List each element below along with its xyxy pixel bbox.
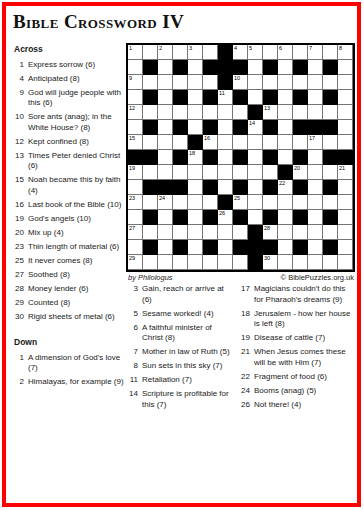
clue-text: Kept confined (8): [28, 137, 124, 148]
grid-cell[interactable]: [188, 75, 203, 90]
grid-cell[interactable]: [203, 225, 218, 240]
clue-text: Fragment of food (6): [254, 372, 354, 383]
cell-number: 9: [129, 75, 132, 81]
grid-cell[interactable]: [218, 165, 233, 180]
grid-cell[interactable]: [143, 225, 158, 240]
grid-cell-black: [173, 150, 188, 165]
grid-cell[interactable]: 13: [263, 105, 278, 120]
grid-cell-black: [233, 180, 248, 195]
across-clue-list: 1Express sorrow (6)4Anticipated (8)9God …: [12, 60, 124, 323]
cell-number: 5: [249, 45, 252, 51]
grid-cell[interactable]: [308, 90, 323, 105]
grid-cell[interactable]: [143, 105, 158, 120]
grid-cell[interactable]: [158, 75, 173, 90]
grid-cell[interactable]: 6: [278, 45, 293, 60]
grid-cell-black: [263, 120, 278, 135]
clue-number: 26: [238, 400, 250, 411]
grid-cell[interactable]: [143, 45, 158, 60]
grid-cell[interactable]: [143, 255, 158, 270]
grid-cell[interactable]: [188, 195, 203, 210]
grid-cell[interactable]: 23: [128, 195, 143, 210]
clue-text: Magicians couldn't do this for Pharaoh's…: [254, 284, 354, 305]
grid-cell-black: [263, 150, 278, 165]
grid-cell[interactable]: [308, 180, 323, 195]
grid-cell-black: [203, 240, 218, 255]
grid-cell-black: [173, 180, 188, 195]
grid-cell[interactable]: 22: [278, 180, 293, 195]
grid-cell[interactable]: [218, 150, 233, 165]
grid-cell[interactable]: [158, 150, 173, 165]
grid-cell[interactable]: [323, 165, 338, 180]
grid-cell[interactable]: 19: [128, 165, 143, 180]
grid-cell[interactable]: 1: [128, 45, 143, 60]
clue-number: 5: [126, 309, 138, 320]
cell-number: 27: [129, 225, 135, 231]
clue-across-13: 13Times Peter denied Christ (6): [12, 151, 124, 172]
grid-cell[interactable]: [308, 210, 323, 225]
grid-cell[interactable]: 5: [248, 45, 263, 60]
grid-cell[interactable]: [128, 180, 143, 195]
clue-text: Thin length of material (6): [28, 242, 124, 253]
grid-cell[interactable]: [323, 45, 338, 60]
grid-cell[interactable]: 16: [203, 135, 218, 150]
grid-cell-black: [293, 90, 308, 105]
grid-cell[interactable]: [263, 165, 278, 180]
clue-across-15: 15Noah became this by faith (4): [12, 175, 124, 196]
grid-cell[interactable]: [173, 75, 188, 90]
clue-across-28: 28Money lender (6): [12, 284, 124, 295]
cell-number: 16: [204, 135, 210, 141]
grid-cell[interactable]: [173, 195, 188, 210]
clue-number: 24: [238, 386, 250, 397]
grid-cell[interactable]: [308, 255, 323, 270]
grid-cell[interactable]: [278, 120, 293, 135]
grid-cell[interactable]: [218, 120, 233, 135]
grid-cell[interactable]: [338, 195, 353, 210]
grid-cell[interactable]: [128, 240, 143, 255]
grid-cell[interactable]: [278, 195, 293, 210]
grid-cell-black: [293, 210, 308, 225]
down-clue-list-col3: 17Magicians couldn't do this for Pharaoh…: [238, 284, 354, 410]
across-clue-column: Across 1Express sorrow (6)4Anticipated (…: [12, 44, 124, 391]
grid-cell-black: [173, 120, 188, 135]
clue-text: It never comes (8): [28, 256, 124, 267]
clue-across-1: 1Express sorrow (6): [12, 60, 124, 71]
grid-cell[interactable]: [278, 60, 293, 75]
clue-text: Mix up (4): [28, 228, 124, 239]
cell-number: 17: [309, 135, 315, 141]
grid-cell-black: [203, 60, 218, 75]
clue-text: Booms (anag) (5): [254, 386, 354, 397]
grid-cell[interactable]: [278, 225, 293, 240]
grid-cell[interactable]: 4: [233, 45, 248, 60]
grid-cell-black: [218, 195, 233, 210]
clue-down-17: 17Magicians couldn't do this for Pharaoh…: [238, 284, 354, 305]
clue-down-22: 22Fragment of food (6): [238, 372, 354, 383]
clue-number: 19: [12, 214, 24, 225]
down-header: Down: [14, 337, 124, 348]
grid-cell[interactable]: 3: [188, 45, 203, 60]
puzzle-page: Bible Crossword IV Across 1Express sorro…: [0, 0, 364, 510]
grid-cell[interactable]: 9: [128, 75, 143, 90]
grid-cell[interactable]: [278, 210, 293, 225]
clue-number: 25: [12, 256, 24, 267]
grid-cell-black: [203, 210, 218, 225]
clue-text: Mother in law of Ruth (5): [142, 347, 233, 358]
grid-cell[interactable]: [338, 90, 353, 105]
clue-text: Express sorrow (6): [28, 60, 124, 71]
grid-cell[interactable]: [338, 75, 353, 90]
grid-cell[interactable]: [203, 255, 218, 270]
page-title: Bible Crossword IV: [13, 11, 184, 33]
grid-cell[interactable]: [308, 105, 323, 120]
grid-cell[interactable]: 2: [158, 45, 173, 60]
grid-cell-black: [323, 120, 338, 135]
grid-cell[interactable]: [158, 255, 173, 270]
grid-cell[interactable]: [323, 105, 338, 120]
clue-text: A faithful minister of Christ (8): [142, 323, 233, 344]
grid-cell[interactable]: 21: [338, 165, 353, 180]
grid-cell[interactable]: [188, 210, 203, 225]
cell-number: 12: [129, 105, 135, 111]
grid-cell[interactable]: [338, 255, 353, 270]
grid-cell[interactable]: [158, 90, 173, 105]
grid-cell[interactable]: [233, 255, 248, 270]
clue-down-26: 26Not there! (4): [238, 400, 354, 411]
grid-cell[interactable]: [233, 165, 248, 180]
grid-cell-black: [263, 90, 278, 105]
grid-cell[interactable]: [323, 255, 338, 270]
grid-cell-black: [218, 75, 233, 90]
grid-cell[interactable]: [128, 210, 143, 225]
grid-cell-black: [263, 180, 278, 195]
grid-cell[interactable]: [248, 165, 263, 180]
grid-cell[interactable]: [278, 75, 293, 90]
grid-cell-black: [218, 45, 233, 60]
grid-cell[interactable]: [308, 225, 323, 240]
clue-number: 29: [12, 298, 24, 309]
grid-cell[interactable]: [338, 225, 353, 240]
grid-cell[interactable]: [248, 150, 263, 165]
cell-number: 13: [264, 105, 270, 111]
grid-cell-black: [323, 180, 338, 195]
grid-cell[interactable]: [128, 120, 143, 135]
grid-cell-black: [203, 90, 218, 105]
grid-cell[interactable]: [338, 105, 353, 120]
grid-cell[interactable]: [263, 75, 278, 90]
grid-cell-black: [143, 180, 158, 195]
cell-number: 18: [189, 150, 195, 156]
grid-cell[interactable]: [248, 210, 263, 225]
grid-cell[interactable]: [188, 60, 203, 75]
grid-cell[interactable]: [248, 90, 263, 105]
grid-cell-black: [203, 180, 218, 195]
grid-cell[interactable]: [278, 135, 293, 150]
grid-cell[interactable]: 25: [233, 195, 248, 210]
grid-cell[interactable]: [248, 180, 263, 195]
grid-cell[interactable]: [158, 210, 173, 225]
grid-cell[interactable]: [188, 240, 203, 255]
clue-number: 9: [12, 88, 24, 109]
cell-number: 21: [339, 165, 345, 171]
clue-text: Gain, reach or arrive at (6): [142, 284, 233, 305]
clue-across-12: 12Kept confined (8): [12, 137, 124, 148]
grid-cell[interactable]: [278, 150, 293, 165]
grid-cell[interactable]: [203, 75, 218, 90]
cell-number: 8: [339, 45, 342, 51]
grid-cell[interactable]: 14: [248, 120, 263, 135]
clue-text: God's angels (10): [28, 214, 124, 225]
grid-cell[interactable]: 17: [308, 135, 323, 150]
grid-cell-black: [308, 120, 323, 135]
clue-number: 10: [12, 112, 24, 133]
grid-cell[interactable]: [233, 225, 248, 240]
grid-cell-black: [323, 90, 338, 105]
grid-cell[interactable]: [173, 105, 188, 120]
grid-cell[interactable]: 27: [128, 225, 143, 240]
grid-cell[interactable]: [293, 75, 308, 90]
clue-across-25: 25It never comes (8): [12, 256, 124, 267]
grid-caption-row: by Philologus © BiblePuzzles.org.uk: [128, 273, 354, 282]
grid-cell-black: [143, 90, 158, 105]
clue-text: Retaliation (7): [142, 375, 233, 386]
grid-cell[interactable]: [143, 165, 158, 180]
grid-cell-black: [143, 60, 158, 75]
cell-number: 30: [264, 255, 270, 261]
grid-cell-black: [233, 240, 248, 255]
grid-cell-black: [233, 150, 248, 165]
grid-cell[interactable]: 26: [218, 210, 233, 225]
grid-cell[interactable]: [338, 120, 353, 135]
clue-text: Anticipated (8): [28, 74, 124, 85]
grid-cell[interactable]: 15: [128, 135, 143, 150]
grid-cell[interactable]: [188, 120, 203, 135]
grid-cell-black: [218, 60, 233, 75]
grid-cell[interactable]: [338, 180, 353, 195]
clue-number: 2: [12, 377, 24, 388]
grid-cell[interactable]: [308, 240, 323, 255]
cell-number: 6: [279, 45, 282, 51]
grid-cell[interactable]: 7: [308, 45, 323, 60]
grid-cell[interactable]: 10: [233, 75, 248, 90]
grid-cell[interactable]: [188, 105, 203, 120]
grid-cell[interactable]: [233, 105, 248, 120]
grid-cell-black: [248, 255, 263, 270]
grid-cell[interactable]: [338, 240, 353, 255]
clue-number: 21: [238, 347, 250, 368]
grid-cell[interactable]: [233, 135, 248, 150]
grid-cell[interactable]: [293, 45, 308, 60]
clue-text: Rigid sheets of metal (6): [28, 312, 124, 323]
grid-cell[interactable]: [188, 255, 203, 270]
cell-number: 19: [129, 165, 135, 171]
cell-number: 2: [159, 45, 162, 51]
grid-cell[interactable]: [128, 90, 143, 105]
grid-cell-black: [173, 210, 188, 225]
grid-cell[interactable]: [188, 165, 203, 180]
grid-cell-black: [203, 150, 218, 165]
grid-cell[interactable]: [308, 60, 323, 75]
grid-cell[interactable]: [173, 225, 188, 240]
grid-cell[interactable]: [158, 120, 173, 135]
grid-cell[interactable]: [188, 180, 203, 195]
grid-cell-black: [293, 60, 308, 75]
grid-cell[interactable]: [218, 255, 233, 270]
grid-cell-black: [143, 120, 158, 135]
clue-number: 18: [238, 309, 250, 330]
grid-cell[interactable]: [278, 90, 293, 105]
grid-cell[interactable]: [293, 255, 308, 270]
grid-cell[interactable]: [323, 195, 338, 210]
clue-number: 11: [126, 375, 138, 386]
grid-cell[interactable]: [173, 255, 188, 270]
grid-cell[interactable]: [203, 195, 218, 210]
grid-cell[interactable]: [263, 195, 278, 210]
grid-cell-black: [128, 150, 143, 165]
grid-cell[interactable]: [173, 45, 188, 60]
grid-cell[interactable]: [218, 240, 233, 255]
grid-cell[interactable]: [188, 225, 203, 240]
clue-number: 1: [12, 60, 24, 71]
grid-cell[interactable]: [158, 105, 173, 120]
cell-number: 14: [249, 120, 255, 126]
clue-across-27: 27Soothed (8): [12, 270, 124, 281]
grid-cell[interactable]: [338, 135, 353, 150]
grid-cell[interactable]: [308, 165, 323, 180]
grid-cell[interactable]: [323, 225, 338, 240]
grid-cell[interactable]: 18: [188, 150, 203, 165]
grid-cell[interactable]: [158, 135, 173, 150]
down-clue-column-3: 17Magicians couldn't do this for Pharaoh…: [238, 284, 354, 414]
grid-cell[interactable]: [293, 195, 308, 210]
clue-across-23: 23Thin length of material (6): [12, 242, 124, 253]
byline: by Philologus: [128, 273, 173, 282]
grid-cell-black: [263, 60, 278, 75]
grid-cell[interactable]: [308, 195, 323, 210]
clue-down-24: 24Booms (anag) (5): [238, 386, 354, 397]
grid-cell[interactable]: [323, 75, 338, 90]
grid-cell[interactable]: [293, 135, 308, 150]
grid-cell[interactable]: [248, 135, 263, 150]
grid-cell[interactable]: [293, 225, 308, 240]
grid-cell-black: [293, 180, 308, 195]
grid-cell-black: [323, 150, 338, 165]
grid-cell[interactable]: [218, 225, 233, 240]
grid-cell-black: [293, 150, 308, 165]
grid-cell[interactable]: 11: [218, 90, 233, 105]
grid-cell-black: [323, 60, 338, 75]
grid-cell[interactable]: [173, 165, 188, 180]
grid-cell[interactable]: 24: [158, 195, 173, 210]
grid-cell-black: [173, 90, 188, 105]
grid-cell-black: [143, 210, 158, 225]
grid-cell[interactable]: [308, 150, 323, 165]
grid-cell-black: [173, 60, 188, 75]
grid-cell[interactable]: 29: [128, 255, 143, 270]
grid-cell[interactable]: [248, 75, 263, 90]
clue-down-1: 1A dimension of God's love (7): [12, 353, 124, 374]
grid-cell[interactable]: 8: [338, 45, 353, 60]
grid-cell[interactable]: [143, 195, 158, 210]
grid-cell-black: [293, 240, 308, 255]
clue-text: A dimension of God's love (7): [28, 353, 124, 374]
grid-cell[interactable]: [188, 90, 203, 105]
grid-cell[interactable]: [278, 255, 293, 270]
grid-cell[interactable]: [338, 210, 353, 225]
grid-cell[interactable]: 30: [263, 255, 278, 270]
grid-cell-black: [248, 105, 263, 120]
grid-cell[interactable]: 28: [263, 225, 278, 240]
grid-cell[interactable]: [263, 45, 278, 60]
clue-down-19: 19Disease of cattle (7): [238, 333, 354, 344]
grid-cell[interactable]: [218, 180, 233, 195]
grid-cell[interactable]: [158, 240, 173, 255]
copyright: © BiblePuzzles.org.uk: [281, 273, 354, 282]
grid-cell[interactable]: [218, 105, 233, 120]
cell-number: 4: [234, 45, 237, 51]
clue-across-4: 4Anticipated (8): [12, 74, 124, 85]
grid-cell-black: [233, 90, 248, 105]
grid-cell-black: [188, 135, 203, 150]
grid-cell[interactable]: 20: [293, 165, 308, 180]
grid-cell[interactable]: [158, 60, 173, 75]
clue-down-3: 3Gain, reach or arrive at (6): [126, 284, 233, 305]
clue-number: 22: [238, 372, 250, 383]
grid-cell[interactable]: [248, 195, 263, 210]
grid-cell[interactable]: [143, 135, 158, 150]
down-clue-column-2: 3Gain, reach or arrive at (6)5Sesame wor…: [126, 284, 233, 414]
grid-cell-black: [278, 165, 293, 180]
clue-down-6: 6A faithful minister of Christ (8): [126, 323, 233, 344]
clue-down-21: 21When Jesus comes these will be with Hi…: [238, 347, 354, 368]
grid-cell-black: [338, 150, 353, 165]
grid-cell-black: [248, 225, 263, 240]
grid-cell[interactable]: [293, 105, 308, 120]
clue-down-18: 18Jerusalem - how her house is left (8): [238, 309, 354, 330]
grid-cell[interactable]: [203, 165, 218, 180]
clue-across-19: 19God's angels (10): [12, 214, 124, 225]
grid-cell[interactable]: [278, 240, 293, 255]
clue-number: 4: [12, 74, 24, 85]
clue-number: 8: [126, 361, 138, 372]
clue-text: When Jesus comes these will be with Him …: [254, 347, 354, 368]
clue-number: 19: [238, 333, 250, 344]
grid-cell-black: [263, 210, 278, 225]
grid-cell[interactable]: [158, 225, 173, 240]
clue-number: 27: [12, 270, 24, 281]
grid-cell[interactable]: [278, 105, 293, 120]
grid-cell[interactable]: [308, 75, 323, 90]
grid-cell[interactable]: [338, 60, 353, 75]
grid-cell[interactable]: [128, 60, 143, 75]
grid-cell[interactable]: [248, 60, 263, 75]
grid-cell[interactable]: [173, 135, 188, 150]
clue-number: 1: [12, 353, 24, 374]
grid-cell-black: [233, 60, 248, 75]
grid-cell[interactable]: [158, 165, 173, 180]
clue-text: Sesame worked! (4): [142, 309, 233, 320]
clue-text: Soothed (8): [28, 270, 124, 281]
down-clue-list-col2: 3Gain, reach or arrive at (6)5Sesame wor…: [126, 284, 233, 410]
grid-cell[interactable]: [323, 135, 338, 150]
grid-cell[interactable]: [143, 75, 158, 90]
grid-cell[interactable]: 12: [128, 105, 143, 120]
grid-cell[interactable]: [218, 135, 233, 150]
grid-cell[interactable]: [263, 135, 278, 150]
grid-cell[interactable]: [203, 105, 218, 120]
grid-cell-black: [248, 240, 263, 255]
grid-cell[interactable]: [203, 45, 218, 60]
